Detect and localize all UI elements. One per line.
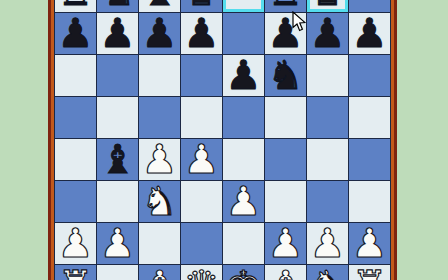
piece-white-pawn[interactable]: ♟ — [58, 223, 94, 264]
square-c7[interactable]: ♟ — [139, 13, 180, 54]
chess-app-window: ♜♞♝♛♜♚♟♟♟♟♟♟♟♟♞♝♟♟♞♟♟♟♟♟♟♜♝♛♚♝♞♜ — [0, 0, 448, 280]
square-a1[interactable]: ♜ — [55, 265, 96, 280]
piece-white-rook[interactable]: ♜ — [352, 265, 388, 280]
piece-white-bishop[interactable]: ♝ — [268, 265, 304, 280]
square-b3[interactable] — [97, 181, 138, 222]
piece-black-pawn[interactable]: ♟ — [352, 13, 388, 54]
piece-white-knight[interactable]: ♞ — [310, 265, 346, 280]
square-b7[interactable]: ♟ — [97, 13, 138, 54]
square-a5[interactable] — [55, 97, 96, 138]
square-d4[interactable]: ♟ — [181, 139, 222, 180]
piece-white-bishop[interactable]: ♝ — [142, 265, 178, 280]
square-c6[interactable] — [139, 55, 180, 96]
square-b4[interactable]: ♝ — [97, 139, 138, 180]
square-g3[interactable] — [307, 181, 348, 222]
square-a6[interactable] — [55, 55, 96, 96]
square-d5[interactable] — [181, 97, 222, 138]
piece-white-pawn[interactable]: ♟ — [184, 139, 220, 180]
square-h6[interactable] — [349, 55, 390, 96]
square-h1[interactable]: ♜ — [349, 265, 390, 280]
piece-white-pawn[interactable]: ♟ — [100, 223, 136, 264]
piece-white-pawn[interactable]: ♟ — [226, 181, 262, 222]
square-e8[interactable] — [223, 0, 264, 12]
piece-white-pawn[interactable]: ♟ — [310, 223, 346, 264]
piece-black-knight[interactable]: ♞ — [268, 55, 304, 96]
square-e7[interactable] — [223, 13, 264, 54]
square-g1[interactable]: ♞ — [307, 265, 348, 280]
square-a4[interactable] — [55, 139, 96, 180]
piece-black-pawn[interactable]: ♟ — [58, 13, 94, 54]
square-g6[interactable] — [307, 55, 348, 96]
piece-white-knight[interactable]: ♞ — [142, 181, 178, 222]
piece-white-pawn[interactable]: ♟ — [142, 139, 178, 180]
square-h7[interactable]: ♟ — [349, 13, 390, 54]
chess-board: ♜♞♝♛♜♚♟♟♟♟♟♟♟♟♞♝♟♟♞♟♟♟♟♟♟♜♝♛♚♝♞♜ — [54, 0, 391, 280]
piece-white-pawn[interactable]: ♟ — [352, 223, 388, 264]
square-f1[interactable]: ♝ — [265, 265, 306, 280]
square-h3[interactable] — [349, 181, 390, 222]
board-frame-inner: ♜♞♝♛♜♚♟♟♟♟♟♟♟♟♞♝♟♟♞♟♟♟♟♟♟♜♝♛♚♝♞♜ — [51, 0, 394, 280]
square-e6[interactable]: ♟ — [223, 55, 264, 96]
mouse-cursor-icon — [292, 11, 306, 32]
square-g4[interactable] — [307, 139, 348, 180]
square-h5[interactable] — [349, 97, 390, 138]
piece-black-bishop[interactable]: ♝ — [100, 139, 136, 180]
piece-white-pawn[interactable]: ♟ — [268, 223, 304, 264]
square-e2[interactable] — [223, 223, 264, 264]
square-e5[interactable] — [223, 97, 264, 138]
square-c4[interactable]: ♟ — [139, 139, 180, 180]
square-c3[interactable]: ♞ — [139, 181, 180, 222]
square-f6[interactable]: ♞ — [265, 55, 306, 96]
square-c1[interactable]: ♝ — [139, 265, 180, 280]
square-e3[interactable]: ♟ — [223, 181, 264, 222]
square-d1[interactable]: ♛ — [181, 265, 222, 280]
square-g2[interactable]: ♟ — [307, 223, 348, 264]
square-b6[interactable] — [97, 55, 138, 96]
piece-white-queen[interactable]: ♛ — [184, 265, 220, 280]
square-e4[interactable] — [223, 139, 264, 180]
piece-black-pawn[interactable]: ♟ — [184, 13, 220, 54]
square-f3[interactable] — [265, 181, 306, 222]
square-e1[interactable]: ♚ — [223, 265, 264, 280]
square-d3[interactable] — [181, 181, 222, 222]
square-g7[interactable]: ♟ — [307, 13, 348, 54]
square-a7[interactable]: ♟ — [55, 13, 96, 54]
square-c5[interactable] — [139, 97, 180, 138]
square-d7[interactable]: ♟ — [181, 13, 222, 54]
piece-black-pawn[interactable]: ♟ — [100, 13, 136, 54]
square-h4[interactable] — [349, 139, 390, 180]
square-b5[interactable] — [97, 97, 138, 138]
square-d6[interactable] — [181, 55, 222, 96]
piece-white-king[interactable]: ♚ — [226, 265, 262, 280]
square-d2[interactable] — [181, 223, 222, 264]
square-b1[interactable] — [97, 265, 138, 280]
square-b2[interactable]: ♟ — [97, 223, 138, 264]
piece-black-pawn[interactable]: ♟ — [142, 13, 178, 54]
square-f2[interactable]: ♟ — [265, 223, 306, 264]
square-c2[interactable] — [139, 223, 180, 264]
square-a2[interactable]: ♟ — [55, 223, 96, 264]
piece-black-pawn[interactable]: ♟ — [226, 55, 262, 96]
square-h2[interactable]: ♟ — [349, 223, 390, 264]
piece-white-rook[interactable]: ♜ — [58, 265, 94, 280]
square-g5[interactable] — [307, 97, 348, 138]
board-frame: ♜♞♝♛♜♚♟♟♟♟♟♟♟♟♞♝♟♟♞♟♟♟♟♟♟♜♝♛♚♝♞♜ — [48, 0, 397, 280]
square-f5[interactable] — [265, 97, 306, 138]
piece-black-pawn[interactable]: ♟ — [310, 13, 346, 54]
square-a3[interactable] — [55, 181, 96, 222]
square-f4[interactable] — [265, 139, 306, 180]
